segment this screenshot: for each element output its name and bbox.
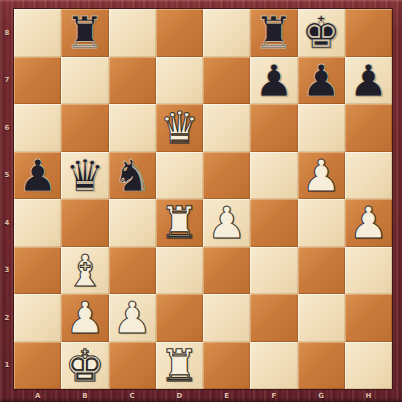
square-a7[interactable] <box>14 57 61 105</box>
square-d7[interactable] <box>156 57 203 105</box>
rank-label-1: 1 <box>5 361 10 369</box>
board: ♜♜♚♟♟♟♛♟♛♞♟♜♟♟♝♟♟♚♜ <box>14 9 392 389</box>
square-a6[interactable] <box>14 104 61 152</box>
square-d8[interactable] <box>156 9 203 57</box>
square-a1[interactable] <box>14 342 61 390</box>
square-d4[interactable]: ♜ <box>156 199 203 247</box>
black-rook-piece[interactable]: ♜ <box>65 9 104 56</box>
square-d5[interactable] <box>156 152 203 200</box>
square-e8[interactable] <box>203 9 250 57</box>
square-f8[interactable]: ♜ <box>250 9 297 57</box>
square-a5[interactable]: ♟ <box>14 152 61 200</box>
square-a2[interactable] <box>14 294 61 342</box>
square-e6[interactable] <box>203 104 250 152</box>
square-f7[interactable]: ♟ <box>250 57 297 105</box>
black-rook-piece[interactable]: ♜ <box>254 9 293 56</box>
rank-label-2: 2 <box>5 314 10 322</box>
square-h6[interactable] <box>345 104 392 152</box>
square-f6[interactable] <box>250 104 297 152</box>
black-pawn-piece[interactable]: ♟ <box>254 57 293 104</box>
black-king-piece[interactable]: ♚ <box>301 9 340 56</box>
black-pawn-piece[interactable]: ♟ <box>349 57 388 104</box>
chess-board-frame: ♜♜♚♟♟♟♛♟♛♞♟♜♟♟♝♟♟♚♜ 87654321ABCDEFGH <box>0 0 402 402</box>
square-e4[interactable]: ♟ <box>203 199 250 247</box>
file-label-e: E <box>224 392 229 400</box>
square-b7[interactable] <box>61 57 108 105</box>
white-pawn-piece[interactable]: ♟ <box>207 199 246 246</box>
white-bishop-piece[interactable]: ♝ <box>65 247 104 294</box>
square-b2[interactable]: ♟ <box>61 294 108 342</box>
square-h8[interactable] <box>345 9 392 57</box>
white-rook-piece[interactable]: ♜ <box>160 199 199 246</box>
square-b8[interactable]: ♜ <box>61 9 108 57</box>
square-g6[interactable] <box>298 104 345 152</box>
square-b4[interactable] <box>61 199 108 247</box>
square-h7[interactable]: ♟ <box>345 57 392 105</box>
square-f1[interactable] <box>250 342 297 390</box>
square-g3[interactable] <box>298 247 345 295</box>
rank-label-8: 8 <box>5 29 10 37</box>
file-label-g: G <box>318 392 324 400</box>
rank-label-3: 3 <box>5 266 10 274</box>
square-h2[interactable] <box>345 294 392 342</box>
square-e2[interactable] <box>203 294 250 342</box>
square-f4[interactable] <box>250 199 297 247</box>
black-pawn-piece[interactable]: ♟ <box>18 152 57 199</box>
white-pawn-piece[interactable]: ♟ <box>301 152 340 199</box>
square-h4[interactable]: ♟ <box>345 199 392 247</box>
square-h1[interactable] <box>345 342 392 390</box>
square-g7[interactable]: ♟ <box>298 57 345 105</box>
square-c6[interactable] <box>109 104 156 152</box>
square-h3[interactable] <box>345 247 392 295</box>
rank-label-6: 6 <box>5 124 10 132</box>
square-c5[interactable]: ♞ <box>109 152 156 200</box>
square-h5[interactable] <box>345 152 392 200</box>
square-e1[interactable] <box>203 342 250 390</box>
rank-label-4: 4 <box>5 219 10 227</box>
file-label-f: F <box>271 392 276 400</box>
square-g2[interactable] <box>298 294 345 342</box>
square-f2[interactable] <box>250 294 297 342</box>
white-king-piece[interactable]: ♚ <box>65 342 104 389</box>
square-e3[interactable] <box>203 247 250 295</box>
square-b3[interactable]: ♝ <box>61 247 108 295</box>
white-rook-piece[interactable]: ♜ <box>160 342 199 389</box>
square-a3[interactable] <box>14 247 61 295</box>
square-c3[interactable] <box>109 247 156 295</box>
square-g4[interactable] <box>298 199 345 247</box>
white-pawn-piece[interactable]: ♟ <box>65 294 104 341</box>
file-label-b: B <box>82 392 87 400</box>
square-c7[interactable] <box>109 57 156 105</box>
rank-label-5: 5 <box>5 171 10 179</box>
file-label-d: D <box>176 392 182 400</box>
black-queen-piece[interactable]: ♛ <box>65 152 104 199</box>
square-b5[interactable]: ♛ <box>61 152 108 200</box>
square-d1[interactable]: ♜ <box>156 342 203 390</box>
square-c4[interactable] <box>109 199 156 247</box>
file-label-a: A <box>35 392 40 400</box>
file-label-c: C <box>130 392 135 400</box>
square-d6[interactable]: ♛ <box>156 104 203 152</box>
black-knight-piece[interactable]: ♞ <box>112 152 151 199</box>
square-c8[interactable] <box>109 9 156 57</box>
square-e7[interactable] <box>203 57 250 105</box>
file-label-h: H <box>365 392 371 400</box>
square-g1[interactable] <box>298 342 345 390</box>
square-b1[interactable]: ♚ <box>61 342 108 390</box>
square-a8[interactable] <box>14 9 61 57</box>
white-pawn-piece[interactable]: ♟ <box>349 199 388 246</box>
square-e5[interactable] <box>203 152 250 200</box>
square-b6[interactable] <box>61 104 108 152</box>
white-pawn-piece[interactable]: ♟ <box>112 294 151 341</box>
square-g5[interactable]: ♟ <box>298 152 345 200</box>
square-f3[interactable] <box>250 247 297 295</box>
square-c2[interactable]: ♟ <box>109 294 156 342</box>
square-c1[interactable] <box>109 342 156 390</box>
white-queen-piece[interactable]: ♛ <box>160 104 199 151</box>
square-a4[interactable] <box>14 199 61 247</box>
square-f5[interactable] <box>250 152 297 200</box>
square-d2[interactable] <box>156 294 203 342</box>
square-g8[interactable]: ♚ <box>298 9 345 57</box>
square-d3[interactable] <box>156 247 203 295</box>
rank-label-7: 7 <box>5 76 10 84</box>
black-pawn-piece[interactable]: ♟ <box>301 57 340 104</box>
